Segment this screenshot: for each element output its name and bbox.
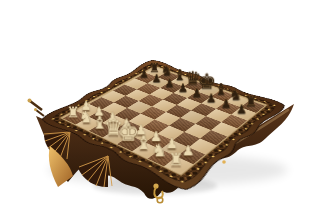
latch-pin — [28, 99, 45, 117]
photo-canvas: ♜♞♝♛♚♝♞♜♟♟♟♟♟♟♟♟♟♟♟♟♟♟♟♟♜♞♝♛♚♝♞♜ — [0, 0, 320, 214]
piece-white-rook-h1[interactable]: ♜ — [162, 151, 190, 167]
piece-black-pawn-h7[interactable]: ♟ — [230, 103, 254, 115]
